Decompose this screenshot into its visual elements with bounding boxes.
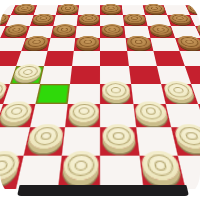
brown-piece[interactable] bbox=[75, 36, 99, 48]
checkers-app-icon bbox=[0, 0, 200, 200]
square-r9c4[interactable] bbox=[23, 127, 65, 155]
square-r8c3[interactable] bbox=[0, 104, 35, 127]
square-r8c8 bbox=[165, 104, 200, 127]
square-r10c4 bbox=[15, 155, 61, 188]
brown-piece[interactable] bbox=[126, 36, 151, 48]
white-piece[interactable] bbox=[12, 64, 43, 80]
square-r4c3[interactable] bbox=[20, 37, 50, 50]
square-r1c2[interactable] bbox=[11, 5, 37, 15]
white-piece[interactable] bbox=[172, 123, 200, 148]
brown-piece[interactable] bbox=[57, 4, 78, 13]
square-r6c3-highlighted[interactable] bbox=[9, 66, 43, 83]
board-scene bbox=[0, 0, 200, 200]
brown-piece[interactable] bbox=[123, 13, 145, 23]
white-piece[interactable] bbox=[0, 101, 34, 122]
brown-piece[interactable] bbox=[143, 4, 165, 13]
white-piece[interactable] bbox=[61, 150, 99, 180]
brown-piece[interactable] bbox=[3, 24, 29, 35]
square-r2c3[interactable] bbox=[29, 15, 55, 26]
square-r7c4-highlighted[interactable] bbox=[35, 83, 70, 103]
brown-piece[interactable] bbox=[148, 24, 173, 35]
square-r2c5[interactable] bbox=[76, 15, 100, 26]
brown-piece[interactable] bbox=[52, 24, 75, 35]
board-shadow bbox=[17, 185, 189, 196]
square-r5c6[interactable] bbox=[100, 51, 128, 66]
brown-piece[interactable] bbox=[176, 36, 200, 48]
white-piece[interactable] bbox=[134, 101, 168, 122]
square-r8c5[interactable] bbox=[65, 104, 100, 127]
square-r8c7[interactable] bbox=[133, 104, 171, 127]
brown-piece[interactable] bbox=[78, 13, 99, 23]
white-piece[interactable] bbox=[26, 123, 63, 148]
white-piece[interactable] bbox=[102, 123, 136, 148]
square-r3c4[interactable] bbox=[50, 25, 76, 37]
brown-piece[interactable] bbox=[31, 13, 54, 23]
square-r4c5[interactable] bbox=[73, 37, 100, 50]
white-piece[interactable] bbox=[162, 81, 195, 99]
white-piece[interactable] bbox=[67, 101, 98, 122]
square-r5c4[interactable] bbox=[43, 51, 73, 66]
brown-piece[interactable] bbox=[168, 13, 192, 23]
square-r1c6[interactable] bbox=[100, 5, 122, 15]
square-r6c7[interactable] bbox=[128, 66, 160, 83]
square-r1c8[interactable] bbox=[142, 5, 167, 15]
white-piece[interactable] bbox=[101, 81, 130, 99]
square-r5c5 bbox=[72, 51, 100, 66]
brown-piece[interactable] bbox=[101, 4, 121, 13]
square-r6c5[interactable] bbox=[70, 66, 100, 83]
square-r4c4 bbox=[47, 37, 75, 50]
square-r4c7[interactable] bbox=[125, 37, 153, 50]
square-r4c6 bbox=[100, 37, 127, 50]
board bbox=[0, 5, 200, 188]
white-piece[interactable] bbox=[140, 150, 181, 180]
square-r4c9[interactable] bbox=[175, 37, 200, 50]
square-r9c6[interactable] bbox=[100, 127, 139, 155]
brown-piece[interactable] bbox=[23, 36, 49, 48]
brown-piece[interactable] bbox=[185, 4, 200, 13]
square-r5c7 bbox=[127, 51, 157, 66]
square-r2c7[interactable] bbox=[122, 15, 147, 26]
square-r3c2[interactable] bbox=[0, 25, 29, 37]
square-r6c4 bbox=[39, 66, 71, 83]
square-r7c6[interactable] bbox=[100, 83, 133, 103]
square-r1c4[interactable] bbox=[55, 5, 78, 15]
square-r3c6[interactable] bbox=[100, 25, 125, 37]
brown-piece[interactable] bbox=[13, 4, 36, 13]
square-r10c6 bbox=[100, 155, 142, 188]
square-r10c5[interactable] bbox=[58, 155, 100, 188]
brown-piece[interactable] bbox=[101, 24, 123, 35]
